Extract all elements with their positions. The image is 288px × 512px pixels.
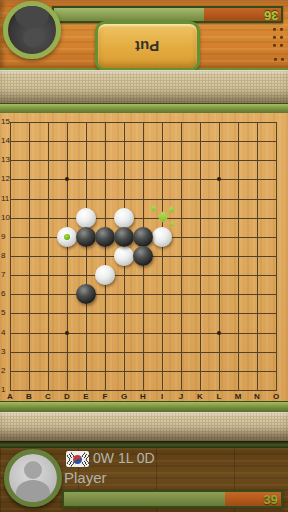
grid-line-horizontal: [10, 390, 277, 391]
stone-black-H9: [133, 227, 153, 247]
opponent-avatar-person-icon: [8, 6, 56, 54]
row-coordinate-label: 9: [1, 232, 11, 242]
row-coordinate-label: 10: [1, 213, 11, 223]
opponent-avatar[interactable]: [3, 1, 61, 59]
bottom-timer-bar: 39: [62, 490, 283, 508]
column-coordinate-label: G: [118, 392, 130, 401]
column-coordinate-label: F: [99, 392, 111, 401]
screw-dot: [274, 58, 277, 61]
stone-white-E10: [76, 208, 96, 228]
row-coordinate-label: 6: [1, 289, 11, 299]
screw-dot: [280, 36, 283, 39]
grid-line-horizontal: [10, 352, 277, 353]
screw-dot: [273, 28, 276, 31]
row-coordinate-label: 8: [1, 251, 11, 261]
column-coordinate-label: L: [213, 392, 225, 401]
column-coordinate-label: A: [4, 392, 16, 401]
top-timer-value: 36: [264, 7, 278, 22]
put-button-label: Put: [135, 38, 159, 55]
top-timer-fill: [54, 8, 204, 21]
row-coordinate-label: 3: [1, 347, 11, 357]
grid-line-horizontal: [10, 275, 277, 276]
column-coordinate-label: H: [137, 392, 149, 401]
screw-dot: [280, 28, 283, 31]
gomoku-app: 36 Put 151413121110987654321ABCDEFGHIJKL…: [0, 0, 288, 512]
column-coordinate-label: J: [175, 392, 187, 401]
row-coordinate-label: 15: [1, 117, 11, 127]
south-korea-flag-icon: [66, 451, 89, 467]
grid-line-horizontal: [10, 313, 277, 314]
row-coordinate-label: 5: [1, 308, 11, 318]
star-point: [65, 331, 69, 335]
grid-line-vertical: [257, 122, 258, 391]
stone-white-D9: [57, 227, 77, 247]
row-coordinate-label: 11: [1, 194, 11, 204]
column-coordinate-label: I: [156, 392, 168, 401]
player-avatar[interactable]: [4, 449, 62, 507]
stone-white-G8: [114, 246, 134, 266]
player-record: 0W 1L 0D: [93, 450, 155, 466]
bottom-timer-value: 39: [264, 492, 278, 507]
panel-divider: [0, 441, 288, 448]
row-coordinate-label: 4: [1, 328, 11, 338]
grid-line-vertical: [181, 122, 182, 391]
stone-black-F9: [95, 227, 115, 247]
row-coordinate-label: 12: [1, 174, 11, 184]
player-name: Player: [64, 469, 107, 486]
star-point: [217, 331, 221, 335]
grid-line-horizontal: [10, 371, 277, 372]
row-coordinate-label: 7: [1, 270, 11, 280]
stone-black-H8: [133, 246, 153, 266]
grid-line-horizontal: [10, 333, 277, 334]
column-coordinate-label: O: [270, 392, 282, 401]
screw-dot: [280, 44, 283, 47]
grid-line-vertical: [200, 122, 201, 391]
screw-dot: [273, 36, 276, 39]
stone-white-I9: [152, 227, 172, 247]
grid-line-horizontal: [10, 294, 277, 295]
stone-white-F7: [95, 265, 115, 285]
column-coordinate-label: B: [23, 392, 35, 401]
row-coordinate-label: 14: [1, 136, 11, 146]
column-coordinate-label: N: [251, 392, 263, 401]
screw-dot: [281, 58, 284, 61]
frame-strip-top: [0, 70, 288, 104]
row-coordinate-label: 13: [1, 155, 11, 165]
column-coordinate-label: C: [42, 392, 54, 401]
column-coordinate-label: E: [80, 392, 92, 401]
row-coordinate-label: 2: [1, 366, 11, 376]
column-coordinate-label: K: [194, 392, 206, 401]
bottom-timer-fill: [64, 492, 225, 506]
last-move-marker: [64, 234, 70, 240]
grid-line-vertical: [219, 122, 220, 391]
put-button[interactable]: Put: [95, 21, 200, 71]
stone-white-G10: [114, 208, 134, 228]
screw-dot: [273, 44, 276, 47]
grid-line-vertical: [238, 122, 239, 391]
grid-line-vertical: [276, 122, 277, 391]
stone-black-G9: [114, 227, 134, 247]
stone-black-E9: [76, 227, 96, 247]
player-avatar-person-icon: [9, 454, 57, 502]
grid-line-vertical: [162, 122, 163, 391]
frame-strip-bottom: [0, 412, 288, 441]
column-coordinate-label: M: [232, 392, 244, 401]
column-coordinate-label: D: [61, 392, 73, 401]
